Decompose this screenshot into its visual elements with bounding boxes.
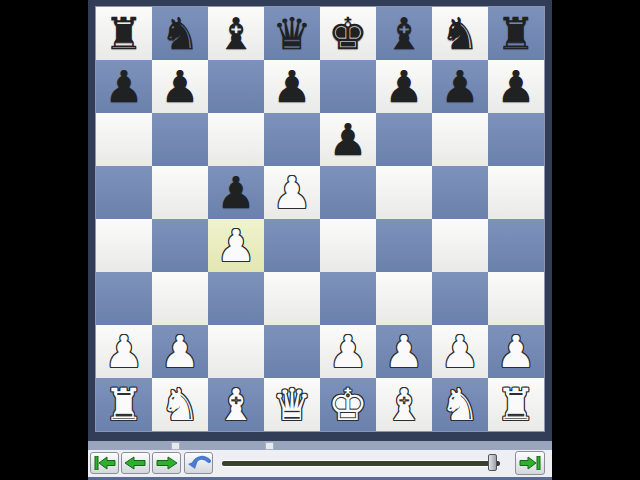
replay-controls	[88, 450, 552, 477]
board-frame: ♜♞♝♛♚♝♞♜♟♟♟♟♟♟♟♟♟♟♟♟♟♟♟♟♜♞♝♛♚♝♞♜	[88, 0, 552, 441]
piece-white-knight[interactable]: ♞	[160, 378, 199, 431]
square-a8[interactable]: ♜	[96, 7, 152, 60]
square-e3[interactable]	[320, 272, 376, 325]
piece-white-rook[interactable]: ♜	[496, 378, 535, 431]
piece-black-rook[interactable]: ♜	[104, 7, 143, 60]
piece-white-pawn[interactable]: ♟	[272, 166, 311, 219]
square-h8[interactable]: ♜	[488, 7, 544, 60]
square-d6[interactable]	[264, 113, 320, 166]
square-h4[interactable]	[488, 219, 544, 272]
undo-button[interactable]	[184, 452, 213, 474]
piece-white-pawn[interactable]: ♟	[440, 325, 479, 378]
square-d7[interactable]: ♟	[264, 60, 320, 113]
square-a3[interactable]	[96, 272, 152, 325]
step-back-button[interactable]	[121, 452, 150, 474]
piece-white-pawn[interactable]: ♟	[496, 325, 535, 378]
square-h3[interactable]	[488, 272, 544, 325]
square-c6[interactable]	[208, 113, 264, 166]
square-f3[interactable]	[376, 272, 432, 325]
square-h2[interactable]: ♟	[488, 325, 544, 378]
square-h6[interactable]	[488, 113, 544, 166]
piece-black-pawn[interactable]: ♟	[496, 60, 535, 113]
piece-black-pawn[interactable]: ♟	[328, 113, 367, 166]
square-d3[interactable]	[264, 272, 320, 325]
piece-white-knight[interactable]: ♞	[440, 378, 479, 431]
square-g7[interactable]: ♟	[432, 60, 488, 113]
progress-slider-handle[interactable]	[488, 454, 497, 471]
square-d8[interactable]: ♛	[264, 7, 320, 60]
square-c3[interactable]	[208, 272, 264, 325]
square-f2[interactable]: ♟	[376, 325, 432, 378]
square-g2[interactable]: ♟	[432, 325, 488, 378]
square-f6[interactable]	[376, 113, 432, 166]
square-g3[interactable]	[432, 272, 488, 325]
square-e7[interactable]	[320, 60, 376, 113]
piece-white-rook[interactable]: ♜	[104, 378, 143, 431]
square-b2[interactable]: ♟	[152, 325, 208, 378]
square-b8[interactable]: ♞	[152, 7, 208, 60]
piece-white-bishop[interactable]: ♝	[216, 378, 255, 431]
square-f4[interactable]	[376, 219, 432, 272]
piece-black-pawn[interactable]: ♟	[272, 60, 311, 113]
square-c1[interactable]: ♝	[208, 378, 264, 431]
square-b4[interactable]	[152, 219, 208, 272]
undo-arrow-icon	[187, 455, 211, 471]
square-e2[interactable]: ♟	[320, 325, 376, 378]
square-c8[interactable]: ♝	[208, 7, 264, 60]
square-h7[interactable]: ♟	[488, 60, 544, 113]
square-a2[interactable]: ♟	[96, 325, 152, 378]
piece-black-pawn[interactable]: ♟	[384, 60, 423, 113]
right-arrow-icon	[156, 456, 177, 470]
square-g8[interactable]: ♞	[432, 7, 488, 60]
progress-marker	[265, 442, 274, 450]
piece-black-bishop[interactable]: ♝	[384, 7, 423, 60]
square-a6[interactable]	[96, 113, 152, 166]
step-forward-button[interactable]	[152, 452, 181, 474]
go-to-start-icon	[94, 456, 116, 470]
square-b7[interactable]: ♟	[152, 60, 208, 113]
progress-marker	[171, 442, 180, 450]
piece-white-bishop[interactable]: ♝	[384, 378, 423, 431]
chess-app: ♜♞♝♛♚♝♞♜♟♟♟♟♟♟♟♟♟♟♟♟♟♟♟♟♜♞♝♛♚♝♞♜	[88, 0, 552, 480]
square-d5[interactable]: ♟	[264, 166, 320, 219]
go-to-end-button[interactable]	[515, 451, 545, 475]
square-b6[interactable]	[152, 113, 208, 166]
progress-slider-track[interactable]	[222, 461, 500, 466]
piece-black-knight[interactable]: ♞	[160, 7, 199, 60]
square-a4[interactable]	[96, 219, 152, 272]
piece-white-pawn[interactable]: ♟	[216, 219, 255, 272]
square-c4[interactable]: ♟	[208, 219, 264, 272]
square-b1[interactable]: ♞	[152, 378, 208, 431]
piece-black-knight[interactable]: ♞	[440, 7, 479, 60]
square-e1[interactable]: ♚	[320, 378, 376, 431]
piece-black-bishop[interactable]: ♝	[216, 7, 255, 60]
left-arrow-icon	[125, 456, 146, 470]
square-e4[interactable]	[320, 219, 376, 272]
square-d4[interactable]	[264, 219, 320, 272]
square-b5[interactable]	[152, 166, 208, 219]
square-d1[interactable]: ♛	[264, 378, 320, 431]
piece-white-queen[interactable]: ♛	[272, 378, 311, 431]
piece-black-pawn[interactable]: ♟	[216, 166, 255, 219]
square-g5[interactable]	[432, 166, 488, 219]
piece-white-pawn[interactable]: ♟	[104, 325, 143, 378]
square-f8[interactable]: ♝	[376, 7, 432, 60]
square-c7[interactable]	[208, 60, 264, 113]
piece-black-pawn[interactable]: ♟	[440, 60, 479, 113]
piece-black-queen[interactable]: ♛	[272, 7, 311, 60]
square-g1[interactable]: ♞	[432, 378, 488, 431]
go-to-end-icon	[519, 456, 541, 470]
square-h1[interactable]: ♜	[488, 378, 544, 431]
square-a5[interactable]	[96, 166, 152, 219]
square-d2[interactable]	[264, 325, 320, 378]
square-b3[interactable]	[152, 272, 208, 325]
piece-black-king[interactable]: ♚	[328, 7, 367, 60]
square-h5[interactable]	[488, 166, 544, 219]
square-a7[interactable]: ♟	[96, 60, 152, 113]
piece-white-king[interactable]: ♚	[328, 378, 367, 431]
go-to-start-button[interactable]	[90, 452, 119, 474]
progress-strip	[88, 441, 552, 450]
square-f7[interactable]: ♟	[376, 60, 432, 113]
square-e6[interactable]: ♟	[320, 113, 376, 166]
piece-white-pawn[interactable]: ♟	[160, 325, 199, 378]
piece-black-pawn[interactable]: ♟	[104, 60, 143, 113]
piece-white-pawn[interactable]: ♟	[328, 325, 367, 378]
piece-black-pawn[interactable]: ♟	[160, 60, 199, 113]
piece-black-rook[interactable]: ♜	[496, 7, 535, 60]
chess-board[interactable]: ♜♞♝♛♚♝♞♜♟♟♟♟♟♟♟♟♟♟♟♟♟♟♟♟♜♞♝♛♚♝♞♜	[95, 6, 545, 432]
piece-white-pawn[interactable]: ♟	[384, 325, 423, 378]
video-frame: ♜♞♝♛♚♝♞♜♟♟♟♟♟♟♟♟♟♟♟♟♟♟♟♟♜♞♝♛♚♝♞♜	[0, 0, 640, 480]
square-e5[interactable]	[320, 166, 376, 219]
square-g4[interactable]	[432, 219, 488, 272]
square-c5[interactable]: ♟	[208, 166, 264, 219]
square-f5[interactable]	[376, 166, 432, 219]
square-a1[interactable]: ♜	[96, 378, 152, 431]
square-g6[interactable]	[432, 113, 488, 166]
square-c2[interactable]	[208, 325, 264, 378]
square-f1[interactable]: ♝	[376, 378, 432, 431]
square-e8[interactable]: ♚	[320, 7, 376, 60]
